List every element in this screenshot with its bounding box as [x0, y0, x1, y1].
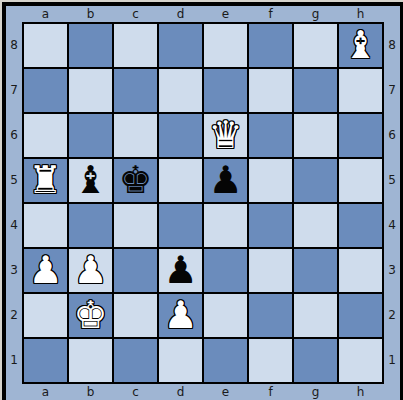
square-e1[interactable]	[204, 339, 247, 382]
white-queen: ♛	[204, 114, 247, 157]
square-e3[interactable]	[204, 249, 247, 292]
white-pawn: ♟	[69, 249, 112, 292]
square-g6[interactable]	[294, 114, 337, 157]
file-label-e: e	[203, 384, 248, 400]
square-a6[interactable]	[24, 114, 67, 157]
square-a7[interactable]	[24, 69, 67, 112]
square-e8[interactable]	[204, 24, 247, 67]
square-e5[interactable]: ♟	[204, 159, 247, 202]
square-b6[interactable]	[69, 114, 112, 157]
chess-board: ♝♛♜♝♚♟♟♟♟♚♟	[22, 22, 384, 384]
square-b3[interactable]: ♟	[69, 249, 112, 292]
square-c6[interactable]	[114, 114, 157, 157]
square-c7[interactable]	[114, 69, 157, 112]
square-c4[interactable]	[114, 204, 157, 247]
white-bishop: ♝	[339, 24, 382, 67]
square-c2[interactable]	[114, 294, 157, 337]
black-king: ♚	[114, 159, 157, 202]
black-pawn: ♟	[159, 249, 202, 292]
white-pawn: ♟	[159, 294, 202, 337]
square-h6[interactable]	[339, 114, 382, 157]
square-a3[interactable]: ♟	[24, 249, 67, 292]
white-pawn: ♟	[24, 249, 67, 292]
square-f1[interactable]	[249, 339, 292, 382]
file-label-e: e	[203, 6, 248, 22]
square-h2[interactable]	[339, 294, 382, 337]
rank-label-1: 1	[384, 338, 400, 383]
square-h7[interactable]	[339, 69, 382, 112]
file-label-c: c	[113, 6, 158, 22]
square-a5[interactable]: ♜	[24, 159, 67, 202]
square-h1[interactable]	[339, 339, 382, 382]
square-f6[interactable]	[249, 114, 292, 157]
rank-label-3: 3	[6, 248, 22, 293]
square-f2[interactable]	[249, 294, 292, 337]
rank-label-4: 4	[384, 203, 400, 248]
rank-label-5: 5	[384, 158, 400, 203]
square-f4[interactable]	[249, 204, 292, 247]
rank-label-1: 1	[6, 338, 22, 383]
square-g4[interactable]	[294, 204, 337, 247]
file-label-d: d	[158, 6, 203, 22]
square-d1[interactable]	[159, 339, 202, 382]
square-d4[interactable]	[159, 204, 202, 247]
file-label-c: c	[113, 384, 158, 400]
square-d8[interactable]	[159, 24, 202, 67]
file-label-a: a	[23, 6, 68, 22]
square-g8[interactable]	[294, 24, 337, 67]
file-label-d: d	[158, 384, 203, 400]
rank-label-5: 5	[6, 158, 22, 203]
square-b4[interactable]	[69, 204, 112, 247]
file-label-b: b	[68, 6, 113, 22]
square-b1[interactable]	[69, 339, 112, 382]
white-king: ♚	[69, 294, 112, 337]
square-g5[interactable]	[294, 159, 337, 202]
file-label-g: g	[293, 6, 338, 22]
square-c1[interactable]	[114, 339, 157, 382]
square-d5[interactable]	[159, 159, 202, 202]
file-label-g: g	[293, 384, 338, 400]
square-a4[interactable]	[24, 204, 67, 247]
square-a8[interactable]	[24, 24, 67, 67]
square-e6[interactable]: ♛	[204, 114, 247, 157]
rank-labels-right: 87654321	[384, 22, 400, 384]
rank-label-7: 7	[384, 68, 400, 113]
square-e2[interactable]	[204, 294, 247, 337]
rank-labels-left: 87654321	[6, 22, 22, 384]
square-f3[interactable]	[249, 249, 292, 292]
file-label-f: f	[248, 384, 293, 400]
square-a2[interactable]	[24, 294, 67, 337]
square-g3[interactable]	[294, 249, 337, 292]
rank-label-6: 6	[384, 113, 400, 158]
rank-label-4: 4	[6, 203, 22, 248]
square-f8[interactable]	[249, 24, 292, 67]
black-bishop: ♝	[69, 159, 112, 202]
white-rook: ♜	[24, 159, 67, 202]
square-f5[interactable]	[249, 159, 292, 202]
chess-diagram-frame: abcdefgh 87654321 ♝♛♜♝♚♟♟♟♟♚♟ 87654321 a…	[2, 2, 403, 400]
square-g1[interactable]	[294, 339, 337, 382]
file-label-h: h	[338, 6, 383, 22]
square-d7[interactable]	[159, 69, 202, 112]
square-d2[interactable]: ♟	[159, 294, 202, 337]
file-labels-top: abcdefgh	[22, 6, 384, 22]
rank-label-7: 7	[6, 68, 22, 113]
square-e7[interactable]	[204, 69, 247, 112]
file-label-b: b	[68, 384, 113, 400]
rank-label-2: 2	[6, 293, 22, 338]
black-pawn: ♟	[204, 159, 247, 202]
rank-label-6: 6	[6, 113, 22, 158]
square-b8[interactable]	[69, 24, 112, 67]
square-c8[interactable]	[114, 24, 157, 67]
rank-label-2: 2	[384, 293, 400, 338]
square-h4[interactable]	[339, 204, 382, 247]
square-e4[interactable]	[204, 204, 247, 247]
square-h3[interactable]	[339, 249, 382, 292]
rank-label-3: 3	[384, 248, 400, 293]
square-d3[interactable]: ♟	[159, 249, 202, 292]
square-a1[interactable]	[24, 339, 67, 382]
square-b7[interactable]	[69, 69, 112, 112]
file-label-a: a	[23, 384, 68, 400]
file-label-f: f	[248, 6, 293, 22]
square-c5[interactable]: ♚	[114, 159, 157, 202]
square-d6[interactable]	[159, 114, 202, 157]
coordinate-band: abcdefgh 87654321 ♝♛♜♝♚♟♟♟♟♚♟ 87654321 a…	[6, 6, 400, 400]
square-g7[interactable]	[294, 69, 337, 112]
rank-label-8: 8	[6, 23, 22, 68]
rank-label-8: 8	[384, 23, 400, 68]
square-c3[interactable]	[114, 249, 157, 292]
square-b2[interactable]: ♚	[69, 294, 112, 337]
square-b5[interactable]: ♝	[69, 159, 112, 202]
square-f7[interactable]	[249, 69, 292, 112]
square-h5[interactable]	[339, 159, 382, 202]
file-labels-bottom: abcdefgh	[22, 384, 384, 400]
file-label-h: h	[338, 384, 383, 400]
square-h8[interactable]: ♝	[339, 24, 382, 67]
square-g2[interactable]	[294, 294, 337, 337]
